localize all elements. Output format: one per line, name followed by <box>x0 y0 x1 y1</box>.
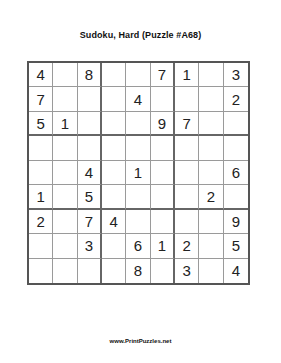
sudoku-cell <box>102 234 126 258</box>
sudoku-cell: 6 <box>224 161 248 185</box>
sudoku-cell: 1 <box>151 234 175 258</box>
sudoku-cell: 4 <box>102 210 126 234</box>
sudoku-cell <box>78 112 102 136</box>
sudoku-cell: 9 <box>151 112 175 136</box>
sudoku-cell <box>78 136 102 160</box>
sudoku-cell: 2 <box>199 185 223 209</box>
sudoku-cell <box>199 234 223 258</box>
sudoku-cell: 9 <box>224 210 248 234</box>
sudoku-cell <box>175 136 199 160</box>
sudoku-cell <box>53 136 77 160</box>
sudoku-cell <box>175 87 199 111</box>
sudoku-cell <box>78 259 102 283</box>
sudoku-cell: 8 <box>126 259 150 283</box>
sudoku-cell: 5 <box>78 185 102 209</box>
sudoku-cell <box>102 185 126 209</box>
sudoku-cell <box>29 234 53 258</box>
sudoku-board: 487137425197416152274936125834 <box>27 61 250 285</box>
sudoku-cell <box>199 161 223 185</box>
sudoku-cell <box>53 63 77 87</box>
sudoku-cell <box>175 185 199 209</box>
sudoku-cell <box>175 161 199 185</box>
sudoku-cell <box>53 87 77 111</box>
sudoku-cell <box>53 161 77 185</box>
sudoku-cell <box>224 185 248 209</box>
sudoku-cell <box>224 136 248 160</box>
sudoku-cell <box>199 136 223 160</box>
sudoku-cell <box>102 87 126 111</box>
sudoku-cell: 2 <box>175 234 199 258</box>
sudoku-cell: 7 <box>78 210 102 234</box>
sudoku-cell: 4 <box>29 63 53 87</box>
sudoku-cell <box>102 63 126 87</box>
sudoku-cell: 1 <box>175 63 199 87</box>
sudoku-cell: 8 <box>78 63 102 87</box>
sudoku-cell: 3 <box>78 234 102 258</box>
sudoku-cell <box>199 87 223 111</box>
sudoku-cell <box>102 136 126 160</box>
sudoku-cell <box>199 63 223 87</box>
sudoku-cell: 6 <box>126 234 150 258</box>
sudoku-cell: 3 <box>224 63 248 87</box>
footer-url: www.PrintPuzzles.net <box>0 338 281 344</box>
sudoku-cell <box>102 161 126 185</box>
sudoku-cell: 2 <box>29 210 53 234</box>
sudoku-cell <box>224 112 248 136</box>
sudoku-cell: 7 <box>175 112 199 136</box>
sudoku-cell: 3 <box>175 259 199 283</box>
sudoku-cell <box>78 87 102 111</box>
sudoku-cell <box>29 161 53 185</box>
sudoku-cell: 4 <box>126 87 150 111</box>
print-page: Sudoku, Hard (Puzzle #A68) 4871374251974… <box>0 0 281 363</box>
sudoku-cell: 2 <box>224 87 248 111</box>
sudoku-cell <box>199 210 223 234</box>
sudoku-cell <box>102 259 126 283</box>
sudoku-cell: 1 <box>29 185 53 209</box>
sudoku-cell <box>151 259 175 283</box>
sudoku-cell <box>29 259 53 283</box>
sudoku-cell: 1 <box>126 161 150 185</box>
sudoku-cell <box>126 112 150 136</box>
sudoku-cell <box>53 234 77 258</box>
sudoku-cell <box>53 210 77 234</box>
sudoku-cell <box>126 185 150 209</box>
sudoku-cell: 1 <box>53 112 77 136</box>
sudoku-cell: 7 <box>151 63 175 87</box>
sudoku-cell: 5 <box>29 112 53 136</box>
sudoku-cell <box>151 87 175 111</box>
sudoku-cell: 7 <box>29 87 53 111</box>
sudoku-cell <box>199 259 223 283</box>
sudoku-cell <box>126 136 150 160</box>
sudoku-cell <box>151 136 175 160</box>
sudoku-cell <box>102 112 126 136</box>
sudoku-cell <box>199 112 223 136</box>
sudoku-cell: 4 <box>224 259 248 283</box>
sudoku-cell <box>175 210 199 234</box>
sudoku-cell <box>151 185 175 209</box>
sudoku-cell <box>126 63 150 87</box>
puzzle-title: Sudoku, Hard (Puzzle #A68) <box>0 30 281 40</box>
sudoku-cell <box>151 210 175 234</box>
sudoku-cell <box>126 210 150 234</box>
sudoku-cell: 5 <box>224 234 248 258</box>
sudoku-cell: 4 <box>78 161 102 185</box>
sudoku-cell <box>151 161 175 185</box>
sudoku-cell <box>29 136 53 160</box>
sudoku-cell <box>53 185 77 209</box>
sudoku-cell <box>53 259 77 283</box>
